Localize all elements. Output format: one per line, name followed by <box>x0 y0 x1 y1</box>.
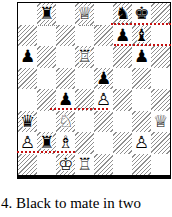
square-f5 <box>113 68 132 90</box>
square-h1 <box>151 154 170 176</box>
dotted-underline <box>79 25 101 26</box>
square-c1: ♔ <box>56 154 75 176</box>
spellcheck-squiggle <box>50 108 108 110</box>
square-b6 <box>37 46 56 68</box>
square-d7 <box>75 25 94 47</box>
black-knight-f8: ♞ <box>113 3 132 25</box>
square-c7 <box>56 25 75 47</box>
square-e6 <box>94 46 113 68</box>
square-b7 <box>37 25 56 47</box>
square-d8: ♕ <box>75 3 94 25</box>
square-c5 <box>56 68 75 90</box>
puzzle-caption: 4. Black to mate in two <box>1 195 141 212</box>
square-h8 <box>151 3 170 25</box>
square-h7 <box>151 25 170 47</box>
black-queen-a3: ♛ <box>18 111 37 133</box>
square-a1 <box>18 154 37 176</box>
square-d6: ♖ <box>75 46 94 68</box>
square-f6 <box>113 46 132 68</box>
square-f8: ♞ <box>113 3 132 25</box>
square-c8 <box>56 3 75 25</box>
square-e1 <box>94 154 113 176</box>
square-e5: ♟ <box>94 68 113 90</box>
square-b3 <box>37 111 56 133</box>
square-g2: ♙ <box>132 132 151 154</box>
black-rook-b8: ♜ <box>37 3 56 25</box>
square-d1: ♖ <box>75 154 94 176</box>
square-g7: ♝ <box>132 25 151 47</box>
square-g5 <box>132 68 151 90</box>
square-g3 <box>132 111 151 133</box>
spellcheck-squiggle <box>114 44 171 46</box>
square-f3 <box>113 111 132 133</box>
black-king-g8: ♚ <box>132 3 151 25</box>
square-h3: ♕ <box>151 111 170 133</box>
square-e7 <box>94 25 113 47</box>
white-rook-d6: ♖ <box>75 46 94 68</box>
square-f1 <box>113 154 132 176</box>
square-f7: ♟ <box>113 25 132 47</box>
square-f2 <box>113 132 132 154</box>
black-pawn-g6: ♟ <box>132 46 151 68</box>
spellcheck-squiggle <box>17 151 75 153</box>
white-pawn-g2: ♙ <box>132 132 151 154</box>
square-e3 <box>94 111 113 133</box>
square-g8: ♚ <box>132 3 151 25</box>
white-rook-d1: ♖ <box>75 154 94 176</box>
square-h5 <box>151 68 170 90</box>
square-h6 <box>151 46 170 68</box>
black-pawn-e5: ♟ <box>94 68 113 90</box>
square-b1 <box>37 154 56 176</box>
square-g6: ♟ <box>132 46 151 68</box>
square-b8: ♜ <box>37 3 56 25</box>
square-d2 <box>75 132 94 154</box>
black-pawn-f7: ♟ <box>113 25 132 47</box>
dotted-underline <box>38 25 59 26</box>
square-g4 <box>132 89 151 111</box>
square-e2 <box>94 132 113 154</box>
square-h4 <box>151 89 170 111</box>
square-d3 <box>75 111 94 133</box>
square-g1 <box>132 154 151 176</box>
black-pawn-a6: ♟ <box>18 46 37 68</box>
white-queen-h3: ♕ <box>151 111 170 133</box>
square-a6: ♟ <box>18 46 37 68</box>
square-a3: ♛ <box>18 111 37 133</box>
square-a7 <box>18 25 37 47</box>
square-d5 <box>75 68 94 90</box>
square-a5 <box>18 68 37 90</box>
square-h2 <box>151 132 170 154</box>
square-a4 <box>18 89 37 111</box>
spellcheck-squiggle <box>111 23 171 25</box>
white-queen-d8: ♕ <box>75 3 94 25</box>
square-c3: ♘ <box>56 111 75 133</box>
white-knight-c3: ♘ <box>56 111 75 133</box>
square-a8 <box>18 3 37 25</box>
white-king-c1: ♔ <box>56 154 75 176</box>
square-e8 <box>94 3 113 25</box>
square-b5 <box>37 68 56 90</box>
square-c6 <box>56 46 75 68</box>
black-bishop-g7: ♝ <box>132 25 151 47</box>
square-f4 <box>113 89 132 111</box>
